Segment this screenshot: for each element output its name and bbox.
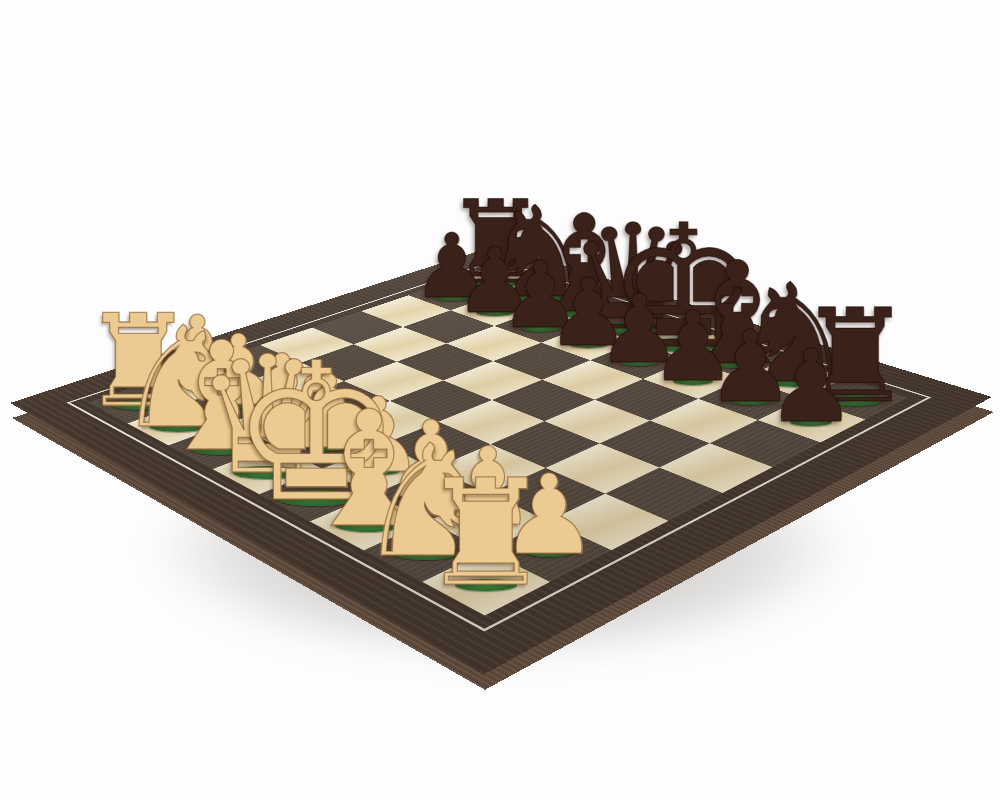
scene: ♜♞♝♛♚♝♞♜♟♟♟♟♟♟♟♟♟♟♟♟♟♟♟♟♜♞♝♛♚♝♞♜ [0,0,1000,800]
piece-white-rook[interactable]: ♜ [413,461,560,608]
pieces-layer: ♜♞♝♛♚♝♞♜♟♟♟♟♟♟♟♟♟♟♟♟♟♟♟♟♜♞♝♛♚♝♞♜ [0,0,1000,800]
piece-black-pawn[interactable]: ♟ [761,337,861,437]
